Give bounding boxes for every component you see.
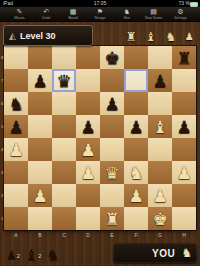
square-b7[interactable]: ♟ bbox=[28, 69, 52, 92]
file-label-e: E bbox=[100, 230, 124, 240]
black-pawn: ♟ bbox=[4, 116, 28, 138]
square-d4[interactable]: ♟ bbox=[76, 138, 100, 161]
board-grid-icon: ▦ bbox=[70, 8, 77, 16]
square-f1[interactable] bbox=[124, 207, 148, 230]
square-a6[interactable]: ♞ bbox=[4, 92, 28, 115]
pencil-icon: ✎ bbox=[16, 8, 22, 16]
status-bar: iPad 17:05 73 % bbox=[0, 0, 200, 7]
square-h1[interactable] bbox=[172, 207, 196, 230]
undo-icon: ↶ bbox=[43, 8, 49, 16]
captured-count: 2 bbox=[17, 248, 20, 265]
file-label-c: C bbox=[52, 230, 76, 240]
opponent-level-badge[interactable]: ◭ Level 30 bbox=[3, 25, 93, 46]
square-e6[interactable]: ♟ bbox=[100, 92, 124, 115]
black-pawn: ♟ bbox=[76, 116, 100, 138]
black-pawn: ♟ bbox=[28, 70, 52, 92]
rank-label-8: 8 bbox=[0, 46, 4, 69]
square-b3[interactable] bbox=[28, 161, 52, 184]
square-d1[interactable] bbox=[76, 207, 100, 230]
toolbar-button-new-game[interactable]: ▤ New Game bbox=[142, 8, 166, 20]
black-pawn: ♟ bbox=[100, 93, 124, 115]
square-e4[interactable] bbox=[100, 138, 124, 161]
square-c1[interactable] bbox=[52, 207, 76, 230]
chess-board: ♚♜♟♛♟♞♟♟♟♟♝♟♟♟♟♛♞♟♟♟♟♜♚ bbox=[4, 46, 196, 230]
square-h4[interactable] bbox=[172, 138, 196, 161]
white-king: ♚ bbox=[148, 208, 172, 230]
status-battery-percent: 73 % bbox=[179, 0, 190, 7]
square-h2[interactable] bbox=[172, 184, 196, 207]
black-pawn: ♟ bbox=[124, 116, 148, 138]
square-g4[interactable] bbox=[148, 138, 172, 161]
square-e5[interactable] bbox=[100, 115, 124, 138]
status-clock: 17:05 bbox=[0, 0, 200, 7]
square-h5[interactable]: ♟ bbox=[172, 115, 196, 138]
square-h3[interactable]: ♟ bbox=[172, 161, 196, 184]
black-knight: ♞ bbox=[4, 93, 28, 115]
opponent-level-label: Level 30 bbox=[20, 31, 56, 41]
square-e1[interactable]: ♜ bbox=[100, 207, 124, 230]
square-d5[interactable]: ♟ bbox=[76, 115, 100, 138]
black-queen: ♛ bbox=[52, 70, 76, 92]
square-b5[interactable] bbox=[28, 115, 52, 138]
white-rook: ♜ bbox=[100, 208, 124, 230]
black-pawn: ♟ bbox=[148, 70, 172, 92]
white-knight: ♞ bbox=[124, 162, 148, 184]
square-g5[interactable]: ♝ bbox=[148, 115, 172, 138]
toolbar-button-settings[interactable]: ⚙ Settings bbox=[168, 8, 192, 20]
square-b4[interactable] bbox=[28, 138, 52, 161]
square-c8[interactable] bbox=[52, 46, 76, 69]
toolbar: ✎ Moves ↶ Undo ▦ Board ⚑ Resign ♞ Hint ▤… bbox=[0, 7, 200, 22]
white-pawn: ♟ bbox=[172, 162, 196, 184]
square-a4[interactable]: ♟ bbox=[4, 138, 28, 161]
file-label-h: H bbox=[172, 230, 196, 240]
square-d3[interactable]: ♟ bbox=[76, 161, 100, 184]
rank-label-1: 1 bbox=[0, 207, 4, 230]
square-f5[interactable]: ♟ bbox=[124, 115, 148, 138]
toolbar-button-resign[interactable]: ⚑ Resign bbox=[88, 8, 112, 20]
square-a2[interactable] bbox=[4, 184, 28, 207]
black-pawn: ♟ bbox=[172, 116, 196, 138]
square-c2[interactable] bbox=[52, 184, 76, 207]
toolbar-button-undo[interactable]: ↶ Undo bbox=[34, 8, 58, 20]
square-h7[interactable] bbox=[172, 69, 196, 92]
rank-label-7: 7 bbox=[0, 69, 4, 92]
captured-knight-icon: ♞ bbox=[165, 30, 176, 44]
file-label-g: G bbox=[148, 230, 172, 240]
captured-count: 2 bbox=[38, 248, 41, 265]
square-e8[interactable]: ♚ bbox=[100, 46, 124, 69]
captured-rook-icon: ♜ bbox=[126, 30, 137, 44]
file-label-b: B bbox=[28, 230, 52, 240]
white-knight-icon: ♞ bbox=[181, 246, 192, 260]
rank-label-6: 6 bbox=[0, 92, 4, 115]
square-h8[interactable]: ♜ bbox=[172, 46, 196, 69]
square-b1[interactable] bbox=[28, 207, 52, 230]
square-c7[interactable]: ♛ bbox=[52, 69, 76, 92]
square-a1[interactable] bbox=[4, 207, 28, 230]
rank-label-5: 5 bbox=[0, 115, 4, 138]
black-king: ♚ bbox=[100, 47, 124, 69]
black-rook: ♜ bbox=[172, 47, 196, 69]
square-a8[interactable] bbox=[4, 46, 28, 69]
square-d8[interactable] bbox=[76, 46, 100, 69]
square-f6[interactable] bbox=[124, 92, 148, 115]
toolbar-button-moves[interactable]: ✎ Moves bbox=[7, 8, 31, 20]
captured-knight-icon: ♞ bbox=[46, 247, 59, 264]
square-f7[interactable] bbox=[124, 69, 148, 92]
square-b2[interactable]: ♟ bbox=[28, 184, 52, 207]
square-e7[interactable] bbox=[100, 69, 124, 92]
square-f4[interactable] bbox=[124, 138, 148, 161]
square-d7[interactable] bbox=[76, 69, 100, 92]
captured-white-tray: ♜♝♞♟ bbox=[126, 24, 194, 44]
captured-black-tray: ♟2♝2♞ bbox=[6, 240, 60, 264]
white-pawn: ♟ bbox=[76, 139, 100, 161]
square-f8[interactable] bbox=[124, 46, 148, 69]
white-pawn: ♟ bbox=[4, 139, 28, 161]
rank-label-4: 4 bbox=[0, 138, 4, 161]
square-g2[interactable]: ♟ bbox=[148, 184, 172, 207]
metronome-icon: ◭ bbox=[9, 31, 16, 41]
white-bishop: ♝ bbox=[148, 116, 172, 138]
square-g6[interactable] bbox=[148, 92, 172, 115]
square-f2[interactable]: ♟ bbox=[124, 184, 148, 207]
square-g8[interactable] bbox=[148, 46, 172, 69]
square-b8[interactable] bbox=[28, 46, 52, 69]
square-c6[interactable] bbox=[52, 92, 76, 115]
square-g3[interactable] bbox=[148, 161, 172, 184]
square-a3[interactable] bbox=[4, 161, 28, 184]
new-game-icon: ▤ bbox=[150, 8, 157, 16]
captured-pawn-icon: ♟2 bbox=[6, 247, 17, 264]
white-pawn: ♟ bbox=[148, 185, 172, 207]
file-labels: ABCDEFGH bbox=[4, 230, 196, 240]
toolbar-button-board[interactable]: ▦ Board bbox=[61, 8, 85, 20]
square-b6[interactable] bbox=[28, 92, 52, 115]
toolbar-button-hint[interactable]: ♞ Hint bbox=[115, 8, 139, 20]
rank-label-2: 2 bbox=[0, 184, 4, 207]
square-f3[interactable]: ♞ bbox=[124, 161, 148, 184]
square-e2[interactable] bbox=[100, 184, 124, 207]
file-label-f: F bbox=[124, 230, 148, 240]
file-label-d: D bbox=[76, 230, 100, 240]
player-you-label: YOU bbox=[152, 248, 175, 259]
white-queen: ♛ bbox=[100, 162, 124, 184]
player-you-badge: YOU ♞ bbox=[113, 243, 197, 263]
square-d6[interactable] bbox=[76, 92, 100, 115]
square-c4[interactable] bbox=[52, 138, 76, 161]
captured-bishop-icon: ♝ bbox=[146, 30, 157, 44]
white-pawn: ♟ bbox=[28, 185, 52, 207]
knight-icon: ♞ bbox=[124, 8, 130, 16]
white-pawn: ♟ bbox=[76, 162, 100, 184]
square-h6[interactable] bbox=[172, 92, 196, 115]
rank-labels: 87654321 bbox=[0, 46, 4, 230]
gear-icon: ⚙ bbox=[177, 8, 183, 16]
flag-icon: ⚑ bbox=[97, 8, 103, 16]
app-screen: iPad 17:05 73 % ✎ Moves ↶ Undo ▦ Board ⚑… bbox=[0, 0, 200, 266]
square-a5[interactable]: ♟ bbox=[4, 115, 28, 138]
square-e3[interactable]: ♛ bbox=[100, 161, 124, 184]
file-label-a: A bbox=[4, 230, 28, 240]
white-pawn: ♟ bbox=[124, 185, 148, 207]
square-c3[interactable] bbox=[52, 161, 76, 184]
square-a7[interactable] bbox=[4, 69, 28, 92]
square-g1[interactable]: ♚ bbox=[148, 207, 172, 230]
rank-label-3: 3 bbox=[0, 161, 4, 184]
captured-pawn-icon: ♟ bbox=[185, 30, 194, 44]
square-d2[interactable] bbox=[76, 184, 100, 207]
square-c5[interactable] bbox=[52, 115, 76, 138]
square-g7[interactable]: ♟ bbox=[148, 69, 172, 92]
captured-bishop-icon: ♝2 bbox=[25, 247, 38, 264]
